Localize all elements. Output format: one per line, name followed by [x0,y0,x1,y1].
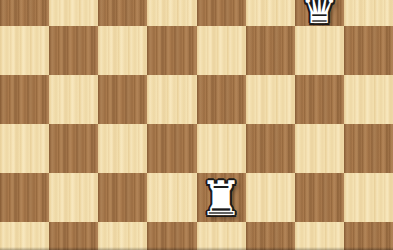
square-a3[interactable] [0,173,49,222]
square-c3[interactable] [98,173,147,222]
square-g5[interactable] [295,75,344,124]
square-g6[interactable] [295,26,344,75]
square-f6[interactable] [246,26,295,75]
chessboard-viewport: ♛♜ [0,0,393,250]
square-e3[interactable]: ♜ [197,173,246,222]
square-a4[interactable] [0,124,49,173]
square-e6[interactable] [197,26,246,75]
square-g7[interactable]: ♛ [295,0,344,26]
square-f7[interactable] [246,0,295,26]
square-f3[interactable] [246,173,295,222]
square-c2[interactable] [98,222,147,250]
square-h4[interactable] [344,124,393,173]
square-c5[interactable] [98,75,147,124]
square-c7[interactable] [98,0,147,26]
square-d6[interactable] [147,26,196,75]
square-e2[interactable] [197,222,246,250]
square-a6[interactable] [0,26,49,75]
square-g3[interactable] [295,173,344,222]
square-b3[interactable] [49,173,98,222]
square-d2[interactable] [147,222,196,250]
square-d3[interactable] [147,173,196,222]
white-rook[interactable]: ♜ [197,173,246,222]
square-d7[interactable] [147,0,196,26]
square-h2[interactable] [344,222,393,250]
square-c4[interactable] [98,124,147,173]
square-h5[interactable] [344,75,393,124]
square-b7[interactable] [49,0,98,26]
square-f5[interactable] [246,75,295,124]
square-d5[interactable] [147,75,196,124]
square-h7[interactable] [344,0,393,26]
square-b4[interactable] [49,124,98,173]
square-e7[interactable] [197,0,246,26]
square-b5[interactable] [49,75,98,124]
square-h6[interactable] [344,26,393,75]
square-a7[interactable] [0,0,49,26]
square-c6[interactable] [98,26,147,75]
square-e4[interactable] [197,124,246,173]
chessboard: ♛♜ [0,0,393,250]
square-g2[interactable] [295,222,344,250]
square-a5[interactable] [0,75,49,124]
square-h3[interactable] [344,173,393,222]
square-a2[interactable] [0,222,49,250]
square-b6[interactable] [49,26,98,75]
square-b2[interactable] [49,222,98,250]
square-f2[interactable] [246,222,295,250]
square-g4[interactable] [295,124,344,173]
square-d4[interactable] [147,124,196,173]
square-f4[interactable] [246,124,295,173]
square-e5[interactable] [197,75,246,124]
